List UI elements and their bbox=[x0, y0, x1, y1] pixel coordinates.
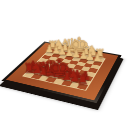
chess-set-photo: ♜♞♝♛♚♝♞♜♟♟♟♟♟♟♟♟♟♟♟♟♟♟♟♟♜♞♝♛♚♝♞♜ bbox=[0, 0, 133, 133]
chess-board: ♜♞♝♛♚♝♞♜♟♟♟♟♟♟♟♟♟♟♟♟♟♟♟♟♜♞♝♛♚♝♞♜ bbox=[1, 41, 121, 103]
board-scene: ♜♞♝♛♚♝♞♜♟♟♟♟♟♟♟♟♟♟♟♟♟♟♟♟♜♞♝♛♚♝♞♜ bbox=[0, 0, 133, 133]
pawn-glyph: ♟ bbox=[78, 52, 117, 63]
rook-glyph: ♜ bbox=[60, 72, 105, 86]
